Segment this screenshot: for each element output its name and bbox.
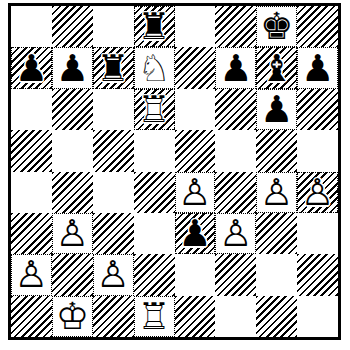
- square-g4[interactable]: ♟♙: [256, 172, 297, 213]
- square-a5[interactable]: [11, 130, 52, 171]
- white-pawn-fill: ♟: [297, 172, 338, 213]
- square-a1[interactable]: [11, 296, 52, 337]
- square-g8[interactable]: ♚: [256, 6, 297, 47]
- square-h2[interactable]: [297, 254, 338, 295]
- white-pawn-fill: ♟: [215, 213, 256, 254]
- black-rook: ♜: [93, 47, 134, 88]
- square-a4[interactable]: [11, 172, 52, 213]
- square-g1[interactable]: [256, 296, 297, 337]
- square-e3[interactable]: ♟: [175, 213, 216, 254]
- square-d1[interactable]: ♜♖: [134, 296, 175, 337]
- square-c4[interactable]: [93, 172, 134, 213]
- white-king-fill: ♚: [52, 296, 93, 337]
- square-h8[interactable]: [297, 6, 338, 47]
- white-knight-fill: ♞: [134, 47, 175, 88]
- square-h3[interactable]: [297, 213, 338, 254]
- square-c1[interactable]: [93, 296, 134, 337]
- white-pawn-fill: ♟: [93, 254, 134, 295]
- white-pawn-fill: ♟: [175, 172, 216, 213]
- white-rook-fill: ♜: [134, 296, 175, 337]
- square-e4[interactable]: ♟♙: [175, 172, 216, 213]
- square-d7[interactable]: ♞♘: [134, 47, 175, 88]
- square-e7[interactable]: [175, 47, 216, 88]
- square-f7[interactable]: ♟: [215, 47, 256, 88]
- square-e6[interactable]: [175, 89, 216, 130]
- square-d2[interactable]: [134, 254, 175, 295]
- white-rook-fill: ♜: [134, 89, 175, 130]
- white-king: ♔: [52, 296, 93, 337]
- square-a3[interactable]: [11, 213, 52, 254]
- square-b4[interactable]: [52, 172, 93, 213]
- square-h1[interactable]: [297, 296, 338, 337]
- white-pawn: ♙: [52, 213, 93, 254]
- square-f1[interactable]: [215, 296, 256, 337]
- square-b7[interactable]: ♟: [52, 47, 93, 88]
- square-d4[interactable]: [134, 172, 175, 213]
- square-g3[interactable]: [256, 213, 297, 254]
- square-a8[interactable]: [11, 6, 52, 47]
- square-h5[interactable]: [297, 130, 338, 171]
- white-pawn: ♙: [175, 172, 216, 213]
- square-c6[interactable]: [93, 89, 134, 130]
- white-knight: ♘: [134, 47, 175, 88]
- square-f4[interactable]: [215, 172, 256, 213]
- square-b2[interactable]: [52, 254, 93, 295]
- white-pawn: ♙: [256, 172, 297, 213]
- square-d6[interactable]: ♜♖: [134, 89, 175, 130]
- white-pawn-fill: ♟: [11, 254, 52, 295]
- square-a6[interactable]: [11, 89, 52, 130]
- square-b5[interactable]: [52, 130, 93, 171]
- chess-board: ♜♚♟♟♜♞♘♟♝♟♜♖♟♟♙♟♙♟♙♟♙♟♟♙♟♙♟♙♚♔♜♖: [8, 3, 341, 340]
- square-g6[interactable]: ♟: [256, 89, 297, 130]
- square-b8[interactable]: [52, 6, 93, 47]
- square-e5[interactable]: [175, 130, 216, 171]
- square-e8[interactable]: [175, 6, 216, 47]
- square-e1[interactable]: [175, 296, 216, 337]
- square-f6[interactable]: [215, 89, 256, 130]
- square-c2[interactable]: ♟♙: [93, 254, 134, 295]
- page: ♜♚♟♟♜♞♘♟♝♟♜♖♟♟♙♟♙♟♙♟♙♟♟♙♟♙♟♙♚♔♜♖: [0, 0, 350, 350]
- black-pawn: ♟: [297, 47, 338, 88]
- square-f2[interactable]: [215, 254, 256, 295]
- square-c5[interactable]: [93, 130, 134, 171]
- square-c3[interactable]: [93, 213, 134, 254]
- square-g5[interactable]: [256, 130, 297, 171]
- square-e2[interactable]: [175, 254, 216, 295]
- square-c7[interactable]: ♜: [93, 47, 134, 88]
- white-rook: ♖: [134, 89, 175, 130]
- square-d8[interactable]: ♜: [134, 6, 175, 47]
- square-f5[interactable]: [215, 130, 256, 171]
- black-pawn: ♟: [11, 47, 52, 88]
- black-pawn: ♟: [256, 89, 297, 130]
- black-pawn: ♟: [175, 213, 216, 254]
- black-bishop: ♝: [256, 47, 297, 88]
- square-a7[interactable]: ♟: [11, 47, 52, 88]
- square-a2[interactable]: ♟♙: [11, 254, 52, 295]
- square-h6[interactable]: [297, 89, 338, 130]
- white-pawn: ♙: [215, 213, 256, 254]
- square-g7[interactable]: ♝: [256, 47, 297, 88]
- white-pawn-fill: ♟: [52, 213, 93, 254]
- black-pawn: ♟: [52, 47, 93, 88]
- square-d3[interactable]: [134, 213, 175, 254]
- white-rook: ♖: [134, 296, 175, 337]
- black-pawn: ♟: [215, 47, 256, 88]
- square-b3[interactable]: ♟♙: [52, 213, 93, 254]
- square-d5[interactable]: [134, 130, 175, 171]
- square-g2[interactable]: [256, 254, 297, 295]
- white-pawn-fill: ♟: [256, 172, 297, 213]
- white-pawn: ♙: [93, 254, 134, 295]
- black-king: ♚: [256, 6, 297, 47]
- square-c8[interactable]: [93, 6, 134, 47]
- square-f8[interactable]: [215, 6, 256, 47]
- square-b6[interactable]: [52, 89, 93, 130]
- square-f3[interactable]: ♟♙: [215, 213, 256, 254]
- black-rook: ♜: [134, 6, 175, 47]
- square-b1[interactable]: ♚♔: [52, 296, 93, 337]
- white-pawn: ♙: [11, 254, 52, 295]
- square-h7[interactable]: ♟: [297, 47, 338, 88]
- white-pawn: ♙: [297, 172, 338, 213]
- square-h4[interactable]: ♟♙: [297, 172, 338, 213]
